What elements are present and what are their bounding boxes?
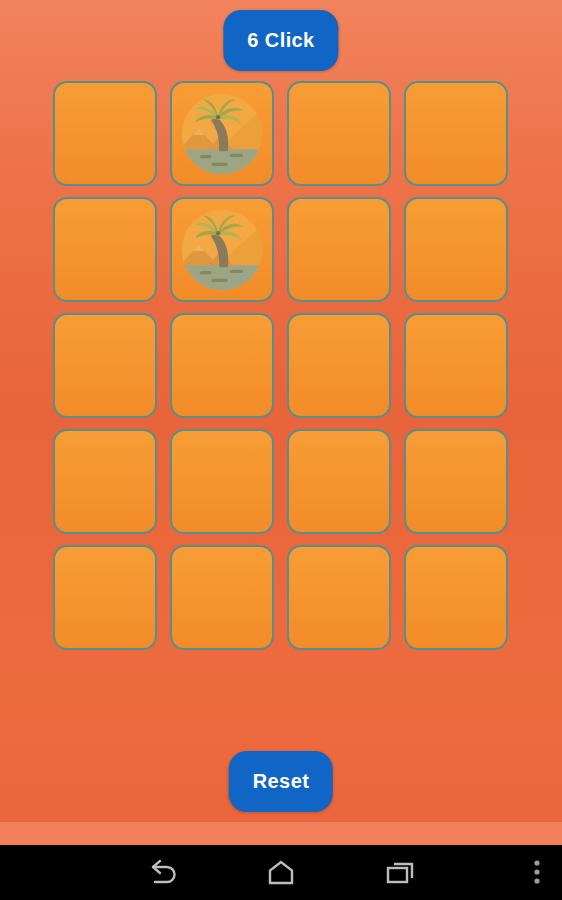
card-face-down[interactable] — [170, 313, 274, 418]
memory-game-screen: 6 Click — [0, 0, 562, 900]
card-face-down[interactable] — [53, 197, 157, 302]
card-revealed-island[interactable] — [170, 81, 274, 186]
card-grid — [53, 81, 508, 650]
card-face-down[interactable] — [404, 313, 508, 418]
bottom-accent-band — [0, 822, 562, 845]
card-face-down[interactable] — [404, 81, 508, 186]
card-face-down[interactable] — [53, 81, 157, 186]
home-icon[interactable] — [264, 855, 298, 889]
card-face-down[interactable] — [53, 313, 157, 418]
card-face-down[interactable] — [404, 429, 508, 534]
card-face-down[interactable] — [53, 545, 157, 650]
card-face-down[interactable] — [170, 545, 274, 650]
card-face-down[interactable] — [287, 545, 391, 650]
click-counter-button[interactable]: 6 Click — [223, 10, 338, 71]
back-icon[interactable] — [145, 855, 179, 889]
card-face-down[interactable] — [53, 429, 157, 534]
card-face-down[interactable] — [287, 81, 391, 186]
card-face-down[interactable] — [287, 313, 391, 418]
island-palm-icon — [176, 204, 268, 296]
android-navigation-bar — [0, 845, 562, 900]
island-palm-icon — [176, 88, 268, 180]
card-revealed-island[interactable] — [170, 197, 274, 302]
card-face-down[interactable] — [404, 545, 508, 650]
reset-button[interactable]: Reset — [229, 751, 333, 812]
card-face-down[interactable] — [287, 429, 391, 534]
recents-icon[interactable] — [383, 855, 417, 889]
card-face-down[interactable] — [287, 197, 391, 302]
card-face-down[interactable] — [170, 429, 274, 534]
menu-overflow-icon[interactable] — [529, 855, 545, 889]
card-face-down[interactable] — [404, 197, 508, 302]
